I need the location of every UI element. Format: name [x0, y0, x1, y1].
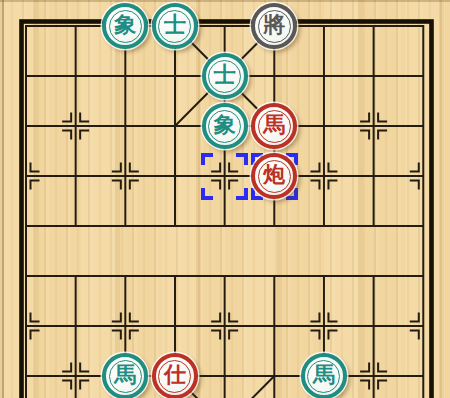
piece-red-仕[interactable]: 仕 [152, 353, 198, 398]
last-move-source-marker [201, 153, 248, 200]
bracket-corner-bl [201, 188, 213, 200]
piece-layer: 象士將士象馬炮馬仕馬 [1, 1, 448, 398]
piece-inner-ring: 士 [208, 60, 241, 93]
piece-inner-ring: 馬 [307, 360, 340, 393]
piece-teal-士[interactable]: 士 [202, 53, 248, 99]
piece-inner-ring: 仕 [158, 360, 191, 393]
bracket-corner-tr [236, 153, 248, 165]
piece-inner-ring: 士 [158, 10, 191, 43]
xiangqi-board: 象士將士象馬炮馬仕馬 [0, 0, 450, 398]
piece-red-炮[interactable]: 炮 [251, 153, 297, 199]
piece-red-馬[interactable]: 馬 [251, 103, 297, 149]
piece-gray-將[interactable]: 將 [251, 3, 297, 49]
piece-glyph: 將 [263, 14, 285, 36]
piece-glyph: 仕 [164, 364, 186, 386]
bracket-corner-br [236, 188, 248, 200]
piece-inner-ring: 將 [258, 10, 291, 43]
piece-glyph: 象 [114, 14, 136, 36]
piece-inner-ring: 馬 [258, 110, 291, 143]
piece-glyph: 馬 [313, 364, 335, 386]
piece-inner-ring: 馬 [109, 360, 142, 393]
piece-glyph: 炮 [263, 164, 285, 186]
piece-teal-象[interactable]: 象 [102, 3, 148, 49]
piece-glyph: 馬 [114, 364, 136, 386]
piece-glyph: 士 [164, 14, 186, 36]
piece-teal-象[interactable]: 象 [202, 103, 248, 149]
piece-inner-ring: 象 [109, 10, 142, 43]
piece-teal-馬[interactable]: 馬 [102, 353, 148, 398]
piece-glyph: 馬 [263, 114, 285, 136]
bracket-corner-tl [201, 153, 213, 165]
piece-teal-士[interactable]: 士 [152, 3, 198, 49]
piece-inner-ring: 象 [208, 110, 241, 143]
piece-teal-馬[interactable]: 馬 [301, 353, 347, 398]
piece-glyph: 象 [214, 114, 236, 136]
piece-glyph: 士 [214, 64, 236, 86]
piece-inner-ring: 炮 [258, 160, 291, 193]
